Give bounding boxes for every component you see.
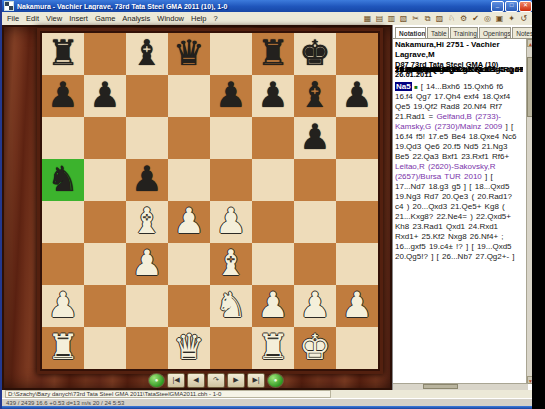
white-pawn: ♟: [210, 201, 252, 243]
black-queen: ♛: [168, 33, 210, 75]
square-g1[interactable]: ♚: [294, 327, 336, 369]
target-icon[interactable]: ◎: [483, 14, 492, 23]
black-rook: ♜: [42, 33, 84, 75]
square-f6[interactable]: [252, 117, 294, 159]
square-b5[interactable]: [84, 159, 126, 201]
menu-item-file[interactable]: File: [7, 14, 19, 23]
square-g7[interactable]: ♝: [294, 75, 336, 117]
board-panel: ♜♝♛♜♚♟♟♟♟♝♟♟♞♟♝♟♟♟♝♟♞♟♟♟♜♛♜♚ ●|◀◀↷▶▶|●: [2, 25, 392, 390]
square-b2[interactable]: [84, 285, 126, 327]
square-h8[interactable]: [336, 33, 378, 75]
white-pawn: ♟: [336, 285, 378, 327]
square-c6[interactable]: [126, 117, 168, 159]
black-bishop: ♝: [126, 33, 168, 75]
white-bishop: ♝: [126, 201, 168, 243]
chess-board: ♜♝♛♜♚♟♟♟♟♝♟♟♞♟♝♟♟♟♝♟♞♟♟♟♜♛♜♚: [40, 31, 380, 371]
square-a3[interactable]: [42, 243, 84, 285]
screen: Nakamura - Vachier Lagrave, 73rd Tata St…: [0, 0, 545, 409]
takeback-button[interactable]: ↷: [207, 373, 225, 388]
white-pawn: ♟: [126, 243, 168, 285]
square-e3[interactable]: ♝: [210, 243, 252, 285]
black-pawn: ♟: [294, 117, 336, 159]
white-king: ♚: [294, 327, 336, 369]
copy-icon[interactable]: ⧉: [423, 14, 432, 23]
square-h1[interactable]: [336, 327, 378, 369]
square-e7[interactable]: ♟: [210, 75, 252, 117]
square-a2[interactable]: ♟: [42, 285, 84, 327]
square-b8[interactable]: [84, 33, 126, 75]
white-bishop: ♝: [210, 243, 252, 285]
square-g5[interactable]: [294, 159, 336, 201]
square-b3[interactable]: [84, 243, 126, 285]
horizontal-scroll-thumb[interactable]: [423, 384, 458, 389]
white-knight: ♞: [210, 285, 252, 327]
chessbase-window: Nakamura - Vachier Lagrave, 73rd Tata St…: [0, 0, 532, 409]
database-path: D:\Szachy\Bazy danych\73rd Tata Steel GM…: [5, 390, 331, 398]
open-database-icon[interactable]: ▤: [375, 14, 384, 23]
black-rook: ♜: [252, 33, 294, 75]
move-list: 1.d4 Nf6 2.c4 g6 3.Nc3 d5 4.cxd5 Nxd5 5.…: [395, 82, 523, 262]
square-f7[interactable]: ♟: [252, 75, 294, 117]
square-b1[interactable]: [84, 327, 126, 369]
engine-icon[interactable]: ♘: [447, 14, 456, 23]
black-pawn: ♟: [84, 75, 126, 117]
square-h6[interactable]: [336, 117, 378, 159]
tab-openings[interactable]: Openings: [479, 27, 511, 38]
square-g8[interactable]: ♚: [294, 33, 336, 75]
main-area: ♜♝♛♜♚♟♟♟♟♝♟♟♞♟♝♟♟♟♝♟♞♟♟♟♜♛♜♚ ●|◀◀↷▶▶|● N…: [2, 25, 534, 390]
menu-item-edit[interactable]: Edit: [26, 14, 39, 23]
app-icon: [4, 1, 14, 11]
white-pawn: ♟: [168, 201, 210, 243]
title-bar[interactable]: Nakamura - Vachier Lagrave, 73rd Tata St…: [2, 0, 534, 12]
black-knight: ♞: [42, 159, 84, 201]
maximize-button[interactable]: □: [505, 1, 518, 12]
square-h4[interactable]: [336, 201, 378, 243]
square-b7[interactable]: ♟: [84, 75, 126, 117]
square-b4[interactable]: [84, 201, 126, 243]
notation-content: Nakamura,Hi 2751 - Vachier Lagrave,M D87…: [395, 40, 523, 382]
square-e1[interactable]: [210, 327, 252, 369]
white-rook: ♜: [42, 327, 84, 369]
menu-bar: FileEditViewInsertGameAnalysisWindowHelp…: [2, 12, 534, 26]
square-f3[interactable]: [252, 243, 294, 285]
square-c8[interactable]: ♝: [126, 33, 168, 75]
square-g3[interactable]: [294, 243, 336, 285]
black-pawn: ♟: [210, 75, 252, 117]
menu-item-insert[interactable]: Insert: [69, 14, 88, 23]
tab-table[interactable]: Table: [427, 27, 449, 38]
back-button[interactable]: ◀: [187, 373, 205, 388]
square-e4[interactable]: ♟: [210, 201, 252, 243]
square-c5[interactable]: ♟: [126, 159, 168, 201]
menu-item-analysis[interactable]: Analysis: [122, 14, 150, 23]
new-board-icon[interactable]: ▦: [363, 14, 372, 23]
menu-item-view[interactable]: View: [46, 14, 62, 23]
forward-button[interactable]: ▶: [227, 373, 245, 388]
square-e5[interactable]: [210, 159, 252, 201]
square-a5[interactable]: ♞: [42, 159, 84, 201]
square-d1[interactable]: ♛: [168, 327, 210, 369]
black-pawn: ♟: [126, 159, 168, 201]
menu-item-window[interactable]: Window: [157, 14, 184, 23]
tab-notation[interactable]: Notation: [395, 27, 426, 38]
minimize-button[interactable]: _: [491, 1, 504, 12]
menu-item-[interactable]: ?: [213, 14, 217, 23]
square-h5[interactable]: [336, 159, 378, 201]
square-a6[interactable]: [42, 117, 84, 159]
prev-game-button[interactable]: ●: [148, 373, 165, 388]
next-game-button[interactable]: ●: [267, 373, 284, 388]
square-f2[interactable]: ♟: [252, 285, 294, 327]
square-c7[interactable]: [126, 75, 168, 117]
square-d8[interactable]: ♛: [168, 33, 210, 75]
goto-end-button[interactable]: ▶|: [247, 373, 265, 388]
square-a8[interactable]: ♜: [42, 33, 84, 75]
goto-start-button[interactable]: |◀: [167, 373, 185, 388]
square-h2[interactable]: ♟: [336, 285, 378, 327]
settings-icon[interactable]: ⚙: [459, 14, 468, 23]
white-pawn: ♟: [294, 285, 336, 327]
square-e2[interactable]: ♞: [210, 285, 252, 327]
cut-icon[interactable]: ✂: [411, 14, 420, 23]
horizontal-scrollbar[interactable]: [393, 383, 528, 390]
screen-black-band: [532, 0, 545, 409]
black-bishop: ♝: [294, 75, 336, 117]
black-pawn: ♟: [252, 75, 294, 117]
square-d6[interactable]: [168, 117, 210, 159]
save-game-icon[interactable]: ▥: [387, 14, 396, 23]
check-icon[interactable]: ✔: [471, 14, 480, 23]
square-g4[interactable]: [294, 201, 336, 243]
tab-training[interactable]: Training: [450, 27, 478, 38]
notation-panel: NotationTableTrainingOpeningsNotes Nakam…: [392, 25, 534, 390]
square-a4[interactable]: [42, 201, 84, 243]
path-status-bar: D:\Szachy\Bazy danych\73rd Tata Steel GM…: [2, 390, 534, 398]
square-f8[interactable]: ♜: [252, 33, 294, 75]
square-f5[interactable]: [252, 159, 294, 201]
square-g6[interactable]: ♟: [294, 117, 336, 159]
move-text[interactable]: 27.Ne6+! Qxe6: [395, 65, 523, 382]
square-h3[interactable]: [336, 243, 378, 285]
menu-item-help[interactable]: Help: [191, 14, 206, 23]
paste-icon[interactable]: ▨: [435, 14, 444, 23]
black-pawn: ♟: [42, 75, 84, 117]
square-a1[interactable]: ♜: [42, 327, 84, 369]
square-c4[interactable]: ♝: [126, 201, 168, 243]
square-b6[interactable]: [84, 117, 126, 159]
move-navigation-bar: ●|◀◀↷▶▶|●: [148, 372, 284, 388]
print-icon[interactable]: ▧: [399, 14, 408, 23]
board-window-icon[interactable]: ▣: [495, 14, 504, 23]
square-h7[interactable]: ♟: [336, 75, 378, 117]
square-f4[interactable]: [252, 201, 294, 243]
square-d2[interactable]: [168, 285, 210, 327]
square-e8[interactable]: [210, 33, 252, 75]
white-queen: ♛: [168, 327, 210, 369]
close-button[interactable]: ✕: [519, 1, 532, 12]
white-pawn: ♟: [252, 285, 294, 327]
square-d4[interactable]: ♟: [168, 201, 210, 243]
notation-tabs: NotationTableTrainingOpeningsNotes: [393, 27, 535, 39]
menu-item-game[interactable]: Game: [95, 14, 115, 23]
white-rook: ♜: [252, 327, 294, 369]
square-e6[interactable]: [210, 117, 252, 159]
rotate-icon[interactable]: ↺: [519, 14, 528, 23]
square-c2[interactable]: [126, 285, 168, 327]
white-pawn: ♟: [42, 285, 84, 327]
square-g2[interactable]: ♟: [294, 285, 336, 327]
black-pawn: ♟: [336, 75, 378, 117]
game-players-header: Nakamura,Hi 2751 - Vachier Lagrave,M: [395, 40, 523, 60]
square-d3[interactable]: [168, 243, 210, 285]
window-title: Nakamura - Vachier Lagrave, 73rd Tata St…: [17, 3, 491, 10]
square-c3[interactable]: ♟: [126, 243, 168, 285]
annotate-icon[interactable]: ✦: [507, 14, 516, 23]
square-d7[interactable]: [168, 75, 210, 117]
square-a7[interactable]: ♟: [42, 75, 84, 117]
square-c1[interactable]: [126, 327, 168, 369]
square-f1[interactable]: ♜: [252, 327, 294, 369]
black-king: ♚: [294, 33, 336, 75]
square-d5[interactable]: [168, 159, 210, 201]
